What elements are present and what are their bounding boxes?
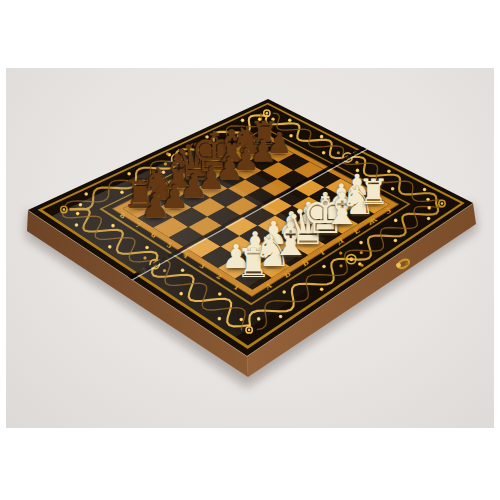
- chess-box-scene: АБВГДЕЖЗ12345678: [0, 0, 500, 500]
- page-background: АБВГДЕЖЗ12345678 ♜♞♝♛♚♝♞♜♟♟♟♟♟♟♟♟♟♟♟♟♟♟♟…: [0, 0, 500, 500]
